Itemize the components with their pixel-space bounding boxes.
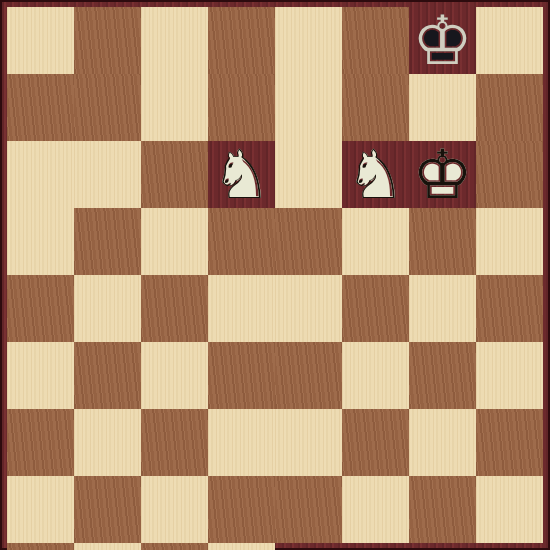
square-h4[interactable] xyxy=(208,342,275,409)
square-e5[interactable] xyxy=(7,275,74,342)
square-f7[interactable] xyxy=(409,74,476,141)
square-h1[interactable] xyxy=(208,543,275,550)
square-c6[interactable] xyxy=(275,141,342,208)
white-king-g6[interactable]: ♚♔ xyxy=(409,141,476,208)
square-g2[interactable] xyxy=(141,476,208,543)
square-g8[interactable] xyxy=(476,7,543,74)
square-d4[interactable] xyxy=(476,275,543,342)
square-f5[interactable] xyxy=(74,275,141,342)
square-e7[interactable] xyxy=(342,74,409,141)
square-c1[interactable] xyxy=(409,476,476,543)
square-f6[interactable] xyxy=(74,208,141,275)
square-g1[interactable] xyxy=(141,543,208,550)
square-g4[interactable] xyxy=(141,342,208,409)
square-c5[interactable] xyxy=(409,208,476,275)
square-d3[interactable] xyxy=(476,342,543,409)
square-h7[interactable] xyxy=(7,141,74,208)
square-g5[interactable] xyxy=(141,275,208,342)
square-h6[interactable] xyxy=(208,208,275,275)
square-h3[interactable] xyxy=(208,409,275,476)
square-b4[interactable] xyxy=(342,275,409,342)
square-c4[interactable] xyxy=(409,275,476,342)
square-g3[interactable] xyxy=(141,409,208,476)
square-d8[interactable] xyxy=(208,7,275,74)
square-a7[interactable] xyxy=(74,74,141,141)
square-e4[interactable] xyxy=(7,342,74,409)
square-c8[interactable] xyxy=(141,7,208,74)
square-h8[interactable] xyxy=(7,74,74,141)
square-e1[interactable] xyxy=(7,543,74,550)
square-e8[interactable] xyxy=(275,7,342,74)
chess-board: ♚♔♞♘♞♘♚♔ xyxy=(7,7,543,543)
square-d7[interactable] xyxy=(275,74,342,141)
square-a4[interactable] xyxy=(275,275,342,342)
square-e6[interactable] xyxy=(7,208,74,275)
square-a8[interactable] xyxy=(7,7,74,74)
square-b2[interactable] xyxy=(342,409,409,476)
square-b8[interactable] xyxy=(74,7,141,74)
square-f3[interactable] xyxy=(74,409,141,476)
square-d6[interactable] xyxy=(476,141,543,208)
square-g6[interactable] xyxy=(141,208,208,275)
square-c2[interactable] xyxy=(409,409,476,476)
black-king-g8[interactable]: ♚♔ xyxy=(409,7,476,74)
piece-outline-glyph: ♔ xyxy=(412,7,473,74)
square-b5[interactable] xyxy=(342,208,409,275)
square-c7[interactable] xyxy=(208,74,275,141)
square-d2[interactable] xyxy=(476,409,543,476)
square-c3[interactable] xyxy=(409,342,476,409)
square-g7[interactable] xyxy=(476,74,543,141)
square-d1[interactable] xyxy=(476,476,543,543)
piece-outline-glyph: ♘ xyxy=(345,141,406,208)
square-a5[interactable] xyxy=(275,208,342,275)
square-b7[interactable] xyxy=(141,74,208,141)
square-e3[interactable] xyxy=(7,409,74,476)
white-knight-f6[interactable]: ♞♘ xyxy=(342,141,409,208)
piece-outline-glyph: ♔ xyxy=(412,141,473,208)
square-e2[interactable] xyxy=(7,476,74,543)
white-knight-d6[interactable]: ♞♘ xyxy=(208,141,275,208)
square-a1[interactable] xyxy=(275,476,342,543)
square-h2[interactable] xyxy=(208,476,275,543)
square-f1[interactable] xyxy=(74,543,141,550)
square-a6[interactable] xyxy=(74,141,141,208)
square-f8[interactable] xyxy=(342,7,409,74)
square-a2[interactable] xyxy=(275,409,342,476)
square-b1[interactable] xyxy=(342,476,409,543)
square-a3[interactable] xyxy=(275,342,342,409)
chess-board-frame: ♚♔♞♘♞♘♚♔ xyxy=(0,0,550,550)
square-f4[interactable] xyxy=(74,342,141,409)
piece-outline-glyph: ♘ xyxy=(211,141,272,208)
square-h5[interactable] xyxy=(208,275,275,342)
square-d5[interactable] xyxy=(476,208,543,275)
square-b6[interactable] xyxy=(141,141,208,208)
square-b3[interactable] xyxy=(342,342,409,409)
square-f2[interactable] xyxy=(74,476,141,543)
